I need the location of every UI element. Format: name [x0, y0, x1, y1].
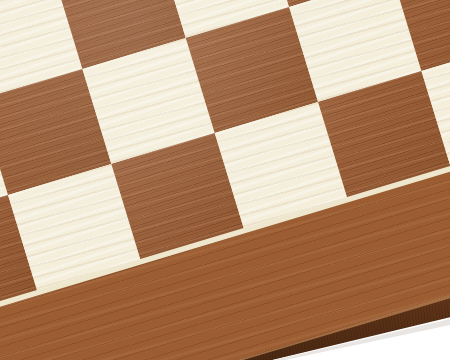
chess-board [0, 0, 450, 360]
maple-border-stripe [0, 0, 450, 359]
chessboard-photo [0, 0, 450, 360]
playing-field [0, 0, 450, 352]
